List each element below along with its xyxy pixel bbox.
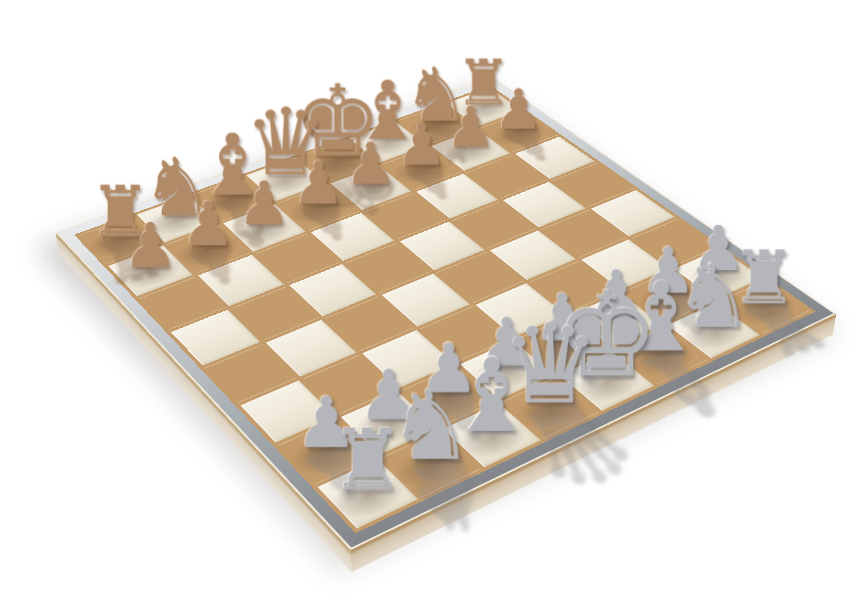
chess-set-product-photo: ♜♜♞♝♝♛♚♚♝♞♞♜♟♟♟♟♟♟♟♟♟♟♟♟♟♟♟♟♟♟♟♟♟♟♟♟♜♞♞♝…: [0, 0, 867, 600]
piece-glyph: ♟: [80, 215, 220, 277]
piece-glyph: ♜: [285, 418, 449, 502]
